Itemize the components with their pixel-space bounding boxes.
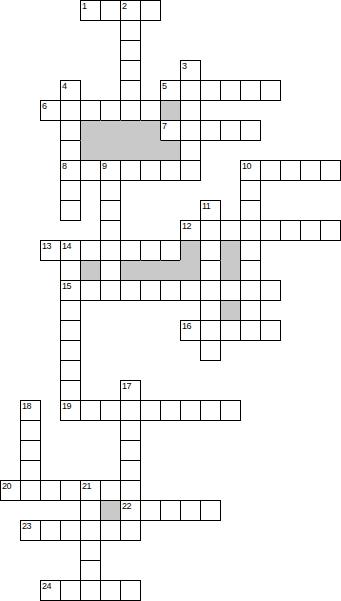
answer-cell-r5c6[interactable] [120,100,141,121]
answer-cell-r8c12[interactable] [240,160,261,181]
answer-cell-r0c5[interactable] [100,0,121,21]
answer-cell-r20c7[interactable] [140,400,161,421]
crossword-grid: 123456789101112131415161718192021222324 [0,0,341,601]
answer-cell-r12c2[interactable] [40,240,61,261]
answer-cell-r5c2[interactable] [40,100,61,121]
answer-cell-r11c13[interactable] [260,220,281,241]
answer-cell-r16c10[interactable] [200,320,221,341]
answer-cell-r13c12[interactable] [240,260,261,281]
answer-cell-r13c3[interactable] [60,260,81,281]
answer-cell-r22c1[interactable] [20,440,41,461]
answer-cell-r12c7[interactable] [140,240,161,261]
answer-cell-r6c3[interactable] [60,120,81,141]
answer-cell-r26c6[interactable] [120,520,141,541]
answer-cell-r20c1[interactable] [20,400,41,421]
answer-cell-r12c4[interactable] [80,240,101,261]
answer-cell-r13c5[interactable] [100,260,121,281]
answer-cell-r4c9[interactable] [180,80,201,101]
filler-cell-r5c8 [160,100,181,121]
answer-cell-r29c2[interactable] [40,580,61,601]
filler-cell-r6c6 [120,120,141,141]
answer-cell-r14c9[interactable] [180,280,201,301]
answer-cell-r14c7[interactable] [140,280,161,301]
answer-cell-r5c9[interactable] [180,100,201,121]
answer-cell-r4c6[interactable] [120,80,141,101]
answer-cell-r9c3[interactable] [60,180,81,201]
answer-cell-r4c8[interactable] [160,80,181,101]
answer-cell-r6c8[interactable] [160,120,181,141]
answer-cell-r11c11[interactable] [220,220,241,241]
answer-cell-r24c0[interactable] [0,480,21,501]
answer-cell-r25c6[interactable] [120,500,141,521]
filler-cell-r6c5 [100,120,121,141]
answer-cell-r23c6[interactable] [120,460,141,481]
answer-cell-r28c4[interactable] [80,560,101,581]
answer-cell-r14c3[interactable] [60,280,81,301]
filler-cell-r7c4 [80,140,101,161]
answer-cell-r20c8[interactable] [160,400,181,421]
filler-cell-r13c7 [140,260,161,281]
answer-cell-r16c12[interactable] [240,320,261,341]
answer-cell-r12c10[interactable] [200,240,221,261]
answer-cell-r21c6[interactable] [120,420,141,441]
answer-cell-r3c6[interactable] [120,60,141,81]
answer-cell-r4c10[interactable] [200,80,221,101]
answer-cell-r17c3[interactable] [60,340,81,361]
answer-cell-r24c6[interactable] [120,480,141,501]
answer-cell-r26c3[interactable] [60,520,81,541]
answer-cell-r26c4[interactable] [80,520,101,541]
answer-cell-r11c16[interactable] [320,220,341,241]
answer-cell-r11c14[interactable] [280,220,301,241]
filler-cell-r6c4 [80,120,101,141]
answer-cell-r6c12[interactable] [240,120,261,141]
answer-cell-r11c12[interactable] [240,220,261,241]
answer-cell-r20c6[interactable] [120,400,141,421]
answer-cell-r24c1[interactable] [20,480,41,501]
answer-cell-r16c13[interactable] [260,320,281,341]
answer-cell-r3c9[interactable] [180,60,201,81]
answer-cell-r26c2[interactable] [40,520,61,541]
answer-cell-r25c8[interactable] [160,500,181,521]
answer-cell-r4c11[interactable] [220,80,241,101]
answer-cell-r24c4[interactable] [80,480,101,501]
answer-cell-r8c9[interactable] [180,160,201,181]
answer-cell-r20c5[interactable] [100,400,121,421]
answer-cell-r5c5[interactable] [100,100,121,121]
answer-cell-r16c9[interactable] [180,320,201,341]
answer-cell-r20c11[interactable] [220,400,241,421]
answer-cell-r14c5[interactable] [100,280,121,301]
answer-cell-r8c15[interactable] [300,160,321,181]
answer-cell-r9c5[interactable] [100,180,121,201]
filler-cell-r12c11 [220,240,241,261]
answer-cell-r5c3[interactable] [60,100,81,121]
answer-cell-r24c2[interactable] [40,480,61,501]
answer-cell-r25c9[interactable] [180,500,201,521]
answer-cell-r1c6[interactable] [120,20,141,41]
answer-cell-r8c5[interactable] [100,160,121,181]
answer-cell-r29c4[interactable] [80,580,101,601]
answer-cell-r10c3[interactable] [60,200,81,221]
answer-cell-r8c14[interactable] [280,160,301,181]
answer-cell-r20c10[interactable] [200,400,221,421]
answer-cell-r24c3[interactable] [60,480,81,501]
answer-cell-r14c8[interactable] [160,280,181,301]
answer-cell-r12c3[interactable] [60,240,81,261]
answer-cell-r6c9[interactable] [180,120,201,141]
answer-cell-r5c4[interactable] [80,100,101,121]
answer-cell-r16c11[interactable] [220,320,241,341]
filler-cell-r7c8 [160,140,181,161]
answer-cell-r26c5[interactable] [100,520,121,541]
answer-cell-r19c6[interactable] [120,380,141,401]
answer-cell-r11c5[interactable] [100,220,121,241]
answer-cell-r4c13[interactable] [260,80,281,101]
answer-cell-r13c10[interactable] [200,260,221,281]
answer-cell-r9c12[interactable] [240,180,261,201]
answer-cell-r0c6[interactable] [120,0,141,21]
answer-cell-r16c3[interactable] [60,320,81,341]
answer-cell-r8c3[interactable] [60,160,81,181]
answer-cell-r14c10[interactable] [200,280,221,301]
answer-cell-r7c9[interactable] [180,140,201,161]
filler-cell-r13c11 [220,260,241,281]
filler-cell-r13c8 [160,260,181,281]
answer-cell-r29c6[interactable] [120,580,141,601]
answer-cell-r6c11[interactable] [220,120,241,141]
answer-cell-r4c3[interactable] [60,80,81,101]
answer-cell-r24c5[interactable] [100,480,121,501]
answer-cell-r20c3[interactable] [60,400,81,421]
answer-cell-r15c3[interactable] [60,300,81,321]
answer-cell-r6c10[interactable] [200,120,221,141]
answer-cell-r0c4[interactable] [80,0,101,21]
answer-cell-r14c12[interactable] [240,280,261,301]
answer-cell-r12c5[interactable] [100,240,121,261]
answer-cell-r23c1[interactable] [20,460,41,481]
answer-cell-r20c9[interactable] [180,400,201,421]
answer-cell-r5c7[interactable] [140,100,161,121]
answer-cell-r14c11[interactable] [220,280,241,301]
answer-cell-r25c4[interactable] [80,500,101,521]
answer-cell-r11c15[interactable] [300,220,321,241]
answer-cell-r29c5[interactable] [100,580,121,601]
answer-cell-r8c7[interactable] [140,160,161,181]
answer-cell-r14c4[interactable] [80,280,101,301]
filler-cell-r13c9 [180,260,201,281]
answer-cell-r8c4[interactable] [80,160,101,181]
answer-cell-r4c12[interactable] [240,80,261,101]
answer-cell-r29c3[interactable] [60,580,81,601]
answer-cell-r0c7[interactable] [140,0,161,21]
answer-cell-r25c10[interactable] [200,500,221,521]
filler-cell-r7c6 [120,140,141,161]
answer-cell-r18c3[interactable] [60,360,81,381]
answer-cell-r14c6[interactable] [120,280,141,301]
filler-cell-r13c6 [120,260,141,281]
filler-cell-r13c4 [80,260,101,281]
answer-cell-r20c4[interactable] [80,400,101,421]
answer-cell-r8c13[interactable] [260,160,281,181]
answer-cell-r15c12[interactable] [240,300,261,321]
answer-cell-r10c12[interactable] [240,200,261,221]
answer-cell-r12c12[interactable] [240,240,261,261]
filler-cell-r6c7 [140,120,161,141]
answer-cell-r8c8[interactable] [160,160,181,181]
answer-cell-r21c1[interactable] [20,420,41,441]
answer-cell-r19c3[interactable] [60,380,81,401]
answer-cell-r25c7[interactable] [140,500,161,521]
answer-cell-r27c4[interactable] [80,540,101,561]
filler-cell-r7c5 [100,140,121,161]
answer-cell-r11c10[interactable] [200,220,221,241]
answer-cell-r15c10[interactable] [200,300,221,321]
answer-cell-r8c6[interactable] [120,160,141,181]
answer-cell-r10c5[interactable] [100,200,121,221]
answer-cell-r11c9[interactable] [180,220,201,241]
filler-cell-r7c7 [140,140,161,161]
answer-cell-r26c1[interactable] [20,520,41,541]
filler-cell-r12c9 [180,240,201,261]
answer-cell-r2c6[interactable] [120,40,141,61]
answer-cell-r17c10[interactable] [200,340,221,361]
filler-cell-r25c5 [100,500,121,521]
answer-cell-r14c13[interactable] [260,280,281,301]
answer-cell-r12c6[interactable] [120,240,141,261]
answer-cell-r12c8[interactable] [160,240,181,261]
answer-cell-r22c6[interactable] [120,440,141,461]
answer-cell-r7c3[interactable] [60,140,81,161]
answer-cell-r10c10[interactable] [200,200,221,221]
filler-cell-r15c11 [220,300,241,321]
answer-cell-r8c16[interactable] [320,160,341,181]
